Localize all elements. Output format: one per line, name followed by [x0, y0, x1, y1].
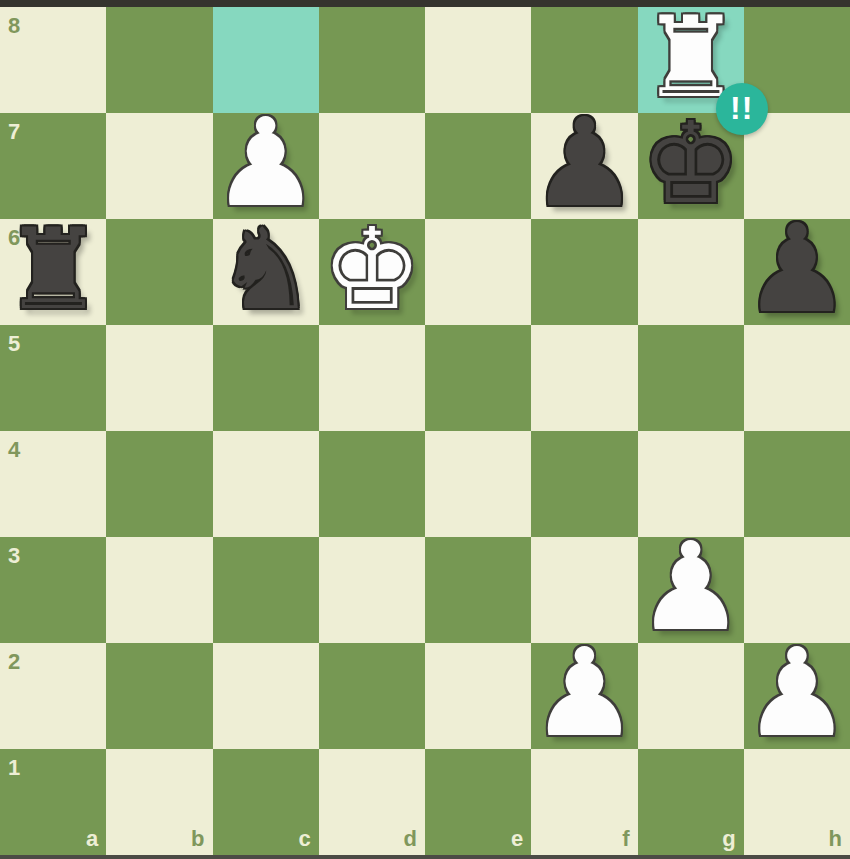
- square-e3[interactable]: [425, 537, 531, 643]
- square-b4[interactable]: [106, 431, 212, 537]
- square-e8[interactable]: [425, 7, 531, 113]
- square-f4[interactable]: [531, 431, 637, 537]
- square-c2[interactable]: [213, 643, 319, 749]
- square-d8[interactable]: [319, 7, 425, 113]
- square-f2[interactable]: ♟: [531, 643, 637, 749]
- square-f1[interactable]: f: [531, 749, 637, 855]
- rank-label-4: 4: [8, 439, 20, 461]
- file-label-d: d: [404, 828, 417, 850]
- square-b1[interactable]: b: [106, 749, 212, 855]
- file-label-h: h: [829, 828, 842, 850]
- square-f7[interactable]: ♟: [531, 113, 637, 219]
- square-d4[interactable]: [319, 431, 425, 537]
- piece-black-knight-c6[interactable]: ♞: [215, 216, 315, 322]
- square-g6[interactable]: [638, 219, 744, 325]
- rank-label-3: 3: [8, 545, 20, 567]
- square-b8[interactable]: [106, 7, 212, 113]
- bottom-bar: [0, 855, 850, 859]
- square-f5[interactable]: [531, 325, 637, 431]
- square-e5[interactable]: [425, 325, 531, 431]
- square-b7[interactable]: [106, 113, 212, 219]
- rank-label-8: 8: [8, 15, 20, 37]
- square-g5[interactable]: [638, 325, 744, 431]
- square-e6[interactable]: [425, 219, 531, 325]
- square-a6[interactable]: 6♜: [0, 219, 106, 325]
- chess-board: 8♜7♟♟♚6♜♞♚♟543♟2♟♟1abcdefgh: [0, 7, 850, 855]
- square-g3[interactable]: ♟: [638, 537, 744, 643]
- square-d3[interactable]: [319, 537, 425, 643]
- square-c5[interactable]: [213, 325, 319, 431]
- square-e7[interactable]: [425, 113, 531, 219]
- square-h5[interactable]: [744, 325, 850, 431]
- file-label-a: a: [86, 828, 98, 850]
- square-c1[interactable]: c: [213, 749, 319, 855]
- piece-black-pawn-h6[interactable]: ♟: [742, 216, 850, 322]
- square-g2[interactable]: [638, 643, 744, 749]
- brilliant-move-symbol: !!: [730, 92, 753, 124]
- piece-white-pawn-f2[interactable]: ♟: [530, 640, 639, 746]
- square-a2[interactable]: 2: [0, 643, 106, 749]
- square-a8[interactable]: 8: [0, 7, 106, 113]
- square-a4[interactable]: 4: [0, 431, 106, 537]
- rank-label-1: 1: [8, 757, 20, 779]
- square-a1[interactable]: 1a: [0, 749, 106, 855]
- square-e4[interactable]: [425, 431, 531, 537]
- square-d1[interactable]: d: [319, 749, 425, 855]
- square-a3[interactable]: 3: [0, 537, 106, 643]
- square-a5[interactable]: 5: [0, 325, 106, 431]
- square-h2[interactable]: ♟: [744, 643, 850, 749]
- chessboard-screenshot: 8♜7♟♟♚6♜♞♚♟543♟2♟♟1abcdefgh !!: [0, 0, 850, 859]
- square-f6[interactable]: [531, 219, 637, 325]
- rank-label-5: 5: [8, 333, 20, 355]
- square-h4[interactable]: [744, 431, 850, 537]
- piece-black-pawn-f7[interactable]: ♟: [530, 110, 639, 216]
- piece-black-rook-a6[interactable]: ♜: [3, 216, 103, 322]
- piece-white-pawn-h2[interactable]: ♟: [742, 640, 850, 746]
- piece-white-pawn-g3[interactable]: ♟: [636, 534, 745, 640]
- piece-white-pawn-c7[interactable]: ♟: [211, 110, 320, 216]
- square-b5[interactable]: [106, 325, 212, 431]
- file-label-c: c: [299, 828, 311, 850]
- square-c4[interactable]: [213, 431, 319, 537]
- square-c3[interactable]: [213, 537, 319, 643]
- square-d6[interactable]: ♚: [319, 219, 425, 325]
- rank-label-2: 2: [8, 651, 20, 673]
- file-label-e: e: [511, 828, 523, 850]
- file-label-b: b: [191, 828, 204, 850]
- square-d5[interactable]: [319, 325, 425, 431]
- file-label-g: g: [722, 828, 735, 850]
- square-b2[interactable]: [106, 643, 212, 749]
- square-g1[interactable]: g: [638, 749, 744, 855]
- square-h6[interactable]: ♟: [744, 219, 850, 325]
- square-b3[interactable]: [106, 537, 212, 643]
- file-label-f: f: [622, 828, 629, 850]
- square-e1[interactable]: e: [425, 749, 531, 855]
- square-h1[interactable]: h: [744, 749, 850, 855]
- square-d2[interactable]: [319, 643, 425, 749]
- rank-label-7: 7: [8, 121, 20, 143]
- piece-white-king-d6[interactable]: ♚: [322, 216, 422, 322]
- square-e2[interactable]: [425, 643, 531, 749]
- square-c6[interactable]: ♞: [213, 219, 319, 325]
- brilliant-move-badge: !!: [716, 83, 768, 135]
- square-b6[interactable]: [106, 219, 212, 325]
